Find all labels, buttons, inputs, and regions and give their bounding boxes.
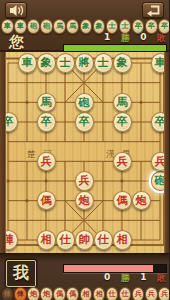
tray-piece-仕: 仕 xyxy=(106,287,119,300)
opponent-captured-tray: 車車砲砲馬馬象象士士卒卒卒卒卒 xyxy=(1,19,168,32)
return-button[interactable] xyxy=(142,2,164,18)
tray-piece-兵: 兵 xyxy=(132,287,145,300)
tray-piece-兵: 兵 xyxy=(158,287,169,300)
piece-兵-c5[interactable]: 兵 xyxy=(37,151,56,171)
piece-炮-e7[interactable]: 炮 xyxy=(75,191,94,211)
piece-相-g9[interactable]: 相 xyxy=(113,230,132,250)
player-name-box: 我 xyxy=(6,260,36,287)
board-frame-right xyxy=(164,52,170,253)
player-loss-count: 1 xyxy=(140,272,146,285)
piece-象-c0[interactable]: 象 xyxy=(37,53,56,73)
speaker-icon xyxy=(9,4,24,17)
opponent-name: 您 xyxy=(9,33,24,52)
piece-馬-g2[interactable]: 馬 xyxy=(113,93,132,113)
piece-將-e0[interactable]: 將 xyxy=(75,53,94,73)
tray-piece-傌: 傌 xyxy=(53,287,66,300)
piece-炮-h7[interactable]: 炮 xyxy=(132,191,151,211)
player-captured-tray: 俥俥炮炮傌傌相相仕仕兵兵兵兵兵 xyxy=(1,287,168,300)
piece-卒-c3[interactable]: 卒 xyxy=(37,112,56,132)
piece-兵-e6[interactable]: 兵 xyxy=(75,171,94,191)
piece-傌-c7[interactable]: 傌 xyxy=(37,191,56,211)
tray-piece-仕: 仕 xyxy=(119,287,132,300)
piece-卒-g3[interactable]: 卒 xyxy=(113,112,132,132)
piece-象-g0[interactable]: 象 xyxy=(113,53,132,73)
piece-砲-e2[interactable]: 砲 xyxy=(75,93,94,113)
tray-piece-傌: 傌 xyxy=(66,287,79,300)
tray-piece-相: 相 xyxy=(80,287,93,300)
piece-士-d0[interactable]: 士 xyxy=(56,53,75,73)
loss-label: 敗 xyxy=(157,272,166,285)
tray-piece-馬: 馬 xyxy=(66,19,79,34)
board[interactable]: 楚河 漢界 車象士將士象車馬砲馬卒卒卒卒卒砲兵兵兵兵傌炮傌炮俥相仕帥仕相 xyxy=(0,52,169,253)
opponent-strength-bar xyxy=(63,44,167,52)
bar-segment xyxy=(153,265,166,272)
piece-車-b0[interactable]: 車 xyxy=(18,53,37,73)
return-arrow-icon xyxy=(146,3,161,17)
top-panel: 車車砲砲馬馬象象士士卒卒卒卒卒 您 1 勝 0 敗 xyxy=(0,0,169,52)
tray-piece-馬: 馬 xyxy=(53,19,66,34)
piece-帥-e9[interactable]: 帥 xyxy=(75,230,94,250)
tray-piece-車: 車 xyxy=(1,19,14,34)
piece-馬-c2[interactable]: 馬 xyxy=(37,93,56,113)
piece-傌-g7[interactable]: 傌 xyxy=(113,191,132,211)
piece-仕-d9[interactable]: 仕 xyxy=(56,230,75,250)
piece-士-f0[interactable]: 士 xyxy=(94,53,113,73)
player-name: 我 xyxy=(13,263,29,284)
piece-相-c9[interactable]: 相 xyxy=(37,230,56,250)
piece-卒-e3[interactable]: 卒 xyxy=(75,112,94,132)
xiangqi-app: 車車砲砲馬馬象象士士卒卒卒卒卒 您 1 勝 0 敗 xyxy=(0,0,169,300)
piece-兵-g5[interactable]: 兵 xyxy=(113,151,132,171)
tray-piece-象: 象 xyxy=(80,19,93,34)
player-stats: 0 勝 1 敗 xyxy=(104,272,166,285)
tray-piece-砲: 砲 xyxy=(40,19,53,34)
sound-button[interactable] xyxy=(5,2,27,18)
tray-piece-俥: 俥 xyxy=(1,287,14,300)
tray-piece-俥: 俥 xyxy=(14,287,27,300)
board-frame-left xyxy=(0,52,6,253)
bar-segment xyxy=(64,265,153,272)
piece-仕-f9[interactable]: 仕 xyxy=(94,230,113,250)
bottom-panel: 我 0 勝 1 敗 俥俥炮炮傌傌相相仕仕兵兵兵兵兵 xyxy=(0,253,169,300)
tray-piece-相: 相 xyxy=(93,287,106,300)
board-grid[interactable]: 車象士將士象車馬砲馬卒卒卒卒卒砲兵兵兵兵傌炮傌炮俥相仕帥仕相 xyxy=(0,53,169,250)
tray-piece-炮: 炮 xyxy=(27,287,40,300)
tray-piece-車: 車 xyxy=(14,19,27,34)
tray-piece-炮: 炮 xyxy=(40,287,53,300)
player-win-count: 0 xyxy=(104,272,110,285)
tray-piece-兵: 兵 xyxy=(145,287,158,300)
tray-piece-砲: 砲 xyxy=(27,19,40,34)
win-label: 勝 xyxy=(121,272,130,285)
bar-segment xyxy=(64,45,166,51)
